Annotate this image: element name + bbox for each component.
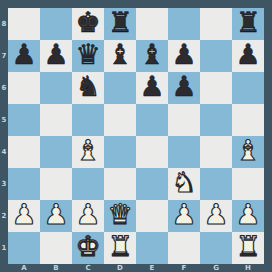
file-label-g: G — [200, 264, 232, 272]
black-queen-piece[interactable]: ♛ — [75, 41, 100, 69]
square-h1[interactable]: ♜ — [232, 232, 264, 264]
square-b2[interactable]: ♟ — [40, 200, 72, 232]
square-c6[interactable]: ♞ — [72, 72, 104, 104]
square-c8[interactable]: ♚ — [72, 8, 104, 40]
square-e2[interactable] — [136, 200, 168, 232]
square-a4[interactable] — [8, 136, 40, 168]
square-g7[interactable] — [200, 40, 232, 72]
rank-label-8: 8 — [0, 8, 8, 40]
square-h8[interactable]: ♜ — [232, 8, 264, 40]
square-f7[interactable]: ♟ — [168, 40, 200, 72]
black-pawn-piece[interactable]: ♟ — [139, 73, 164, 101]
rank-label-7: 7 — [0, 40, 8, 72]
square-b5[interactable] — [40, 104, 72, 136]
file-label-a: A — [8, 264, 40, 272]
square-e7[interactable]: ♝ — [136, 40, 168, 72]
white-pawn-piece[interactable]: ♟ — [235, 201, 260, 229]
square-b8[interactable] — [40, 8, 72, 40]
square-e3[interactable] — [136, 168, 168, 200]
square-f1[interactable] — [168, 232, 200, 264]
square-a5[interactable] — [8, 104, 40, 136]
square-g1[interactable] — [200, 232, 232, 264]
black-knight-piece[interactable]: ♞ — [75, 73, 100, 101]
square-d1[interactable]: ♜ — [104, 232, 136, 264]
square-d7[interactable]: ♝ — [104, 40, 136, 72]
square-c5[interactable] — [72, 104, 104, 136]
file-label-h: H — [232, 264, 264, 272]
black-pawn-piece[interactable]: ♟ — [235, 41, 260, 69]
black-pawn-piece[interactable]: ♟ — [171, 41, 196, 69]
square-a8[interactable] — [8, 8, 40, 40]
square-d6[interactable] — [104, 72, 136, 104]
chess-diagram-frame: ♚♜♜♟♟♛♝♝♟♟♞♟♟♝♝♞♟♟♟♛♟♟♟♚♜♜ 87654321ABCDE… — [0, 0, 272, 272]
square-e4[interactable] — [136, 136, 168, 168]
square-e1[interactable] — [136, 232, 168, 264]
square-a3[interactable] — [8, 168, 40, 200]
square-a7[interactable]: ♟ — [8, 40, 40, 72]
white-pawn-piece[interactable]: ♟ — [171, 201, 196, 229]
square-a6[interactable] — [8, 72, 40, 104]
file-label-b: B — [40, 264, 72, 272]
square-e5[interactable] — [136, 104, 168, 136]
square-f5[interactable] — [168, 104, 200, 136]
black-bishop-piece[interactable]: ♝ — [139, 41, 164, 69]
white-bishop-piece[interactable]: ♝ — [235, 137, 260, 165]
black-rook-piece[interactable]: ♜ — [235, 9, 260, 37]
white-queen-piece[interactable]: ♛ — [107, 201, 132, 229]
file-label-f: F — [168, 264, 200, 272]
square-h7[interactable]: ♟ — [232, 40, 264, 72]
square-b3[interactable] — [40, 168, 72, 200]
white-knight-piece[interactable]: ♞ — [171, 169, 196, 197]
square-d4[interactable] — [104, 136, 136, 168]
white-pawn-piece[interactable]: ♟ — [75, 201, 100, 229]
square-c4[interactable]: ♝ — [72, 136, 104, 168]
square-d2[interactable]: ♛ — [104, 200, 136, 232]
square-b1[interactable] — [40, 232, 72, 264]
square-f4[interactable] — [168, 136, 200, 168]
square-g3[interactable] — [200, 168, 232, 200]
white-pawn-piece[interactable]: ♟ — [11, 201, 36, 229]
square-d5[interactable] — [104, 104, 136, 136]
file-label-e: E — [136, 264, 168, 272]
white-pawn-piece[interactable]: ♟ — [43, 201, 68, 229]
square-d3[interactable] — [104, 168, 136, 200]
square-h6[interactable] — [232, 72, 264, 104]
square-g4[interactable] — [200, 136, 232, 168]
square-b6[interactable] — [40, 72, 72, 104]
black-bishop-piece[interactable]: ♝ — [107, 41, 132, 69]
rank-label-5: 5 — [0, 104, 8, 136]
black-king-piece[interactable]: ♚ — [75, 9, 100, 37]
rank-label-6: 6 — [0, 72, 8, 104]
square-c3[interactable] — [72, 168, 104, 200]
rank-label-3: 3 — [0, 168, 8, 200]
white-rook-piece[interactable]: ♜ — [107, 233, 132, 261]
square-e6[interactable]: ♟ — [136, 72, 168, 104]
square-g5[interactable] — [200, 104, 232, 136]
file-label-c: C — [72, 264, 104, 272]
square-h3[interactable] — [232, 168, 264, 200]
black-pawn-piece[interactable]: ♟ — [43, 41, 68, 69]
square-g8[interactable] — [200, 8, 232, 40]
square-g2[interactable]: ♟ — [200, 200, 232, 232]
square-f8[interactable] — [168, 8, 200, 40]
square-c2[interactable]: ♟ — [72, 200, 104, 232]
chess-board: ♚♜♜♟♟♛♝♝♟♟♞♟♟♝♝♞♟♟♟♛♟♟♟♚♜♜ — [8, 8, 264, 264]
square-b4[interactable] — [40, 136, 72, 168]
square-f6[interactable]: ♟ — [168, 72, 200, 104]
square-g6[interactable] — [200, 72, 232, 104]
white-king-piece[interactable]: ♚ — [75, 233, 100, 261]
square-h2[interactable]: ♟ — [232, 200, 264, 232]
square-a1[interactable] — [8, 232, 40, 264]
white-pawn-piece[interactable]: ♟ — [203, 201, 228, 229]
square-h4[interactable]: ♝ — [232, 136, 264, 168]
rank-label-4: 4 — [0, 136, 8, 168]
square-c1[interactable]: ♚ — [72, 232, 104, 264]
rank-label-2: 2 — [0, 200, 8, 232]
square-b7[interactable]: ♟ — [40, 40, 72, 72]
square-f2[interactable]: ♟ — [168, 200, 200, 232]
square-a2[interactable]: ♟ — [8, 200, 40, 232]
square-f3[interactable]: ♞ — [168, 168, 200, 200]
black-rook-piece[interactable]: ♜ — [107, 9, 132, 37]
black-pawn-piece[interactable]: ♟ — [11, 41, 36, 69]
square-c7[interactable]: ♛ — [72, 40, 104, 72]
black-pawn-piece[interactable]: ♟ — [171, 73, 196, 101]
rank-label-1: 1 — [0, 232, 8, 264]
file-label-d: D — [104, 264, 136, 272]
white-rook-piece[interactable]: ♜ — [235, 233, 260, 261]
white-bishop-piece[interactable]: ♝ — [75, 137, 100, 165]
square-d8[interactable]: ♜ — [104, 8, 136, 40]
square-h5[interactable] — [232, 104, 264, 136]
square-e8[interactable] — [136, 8, 168, 40]
